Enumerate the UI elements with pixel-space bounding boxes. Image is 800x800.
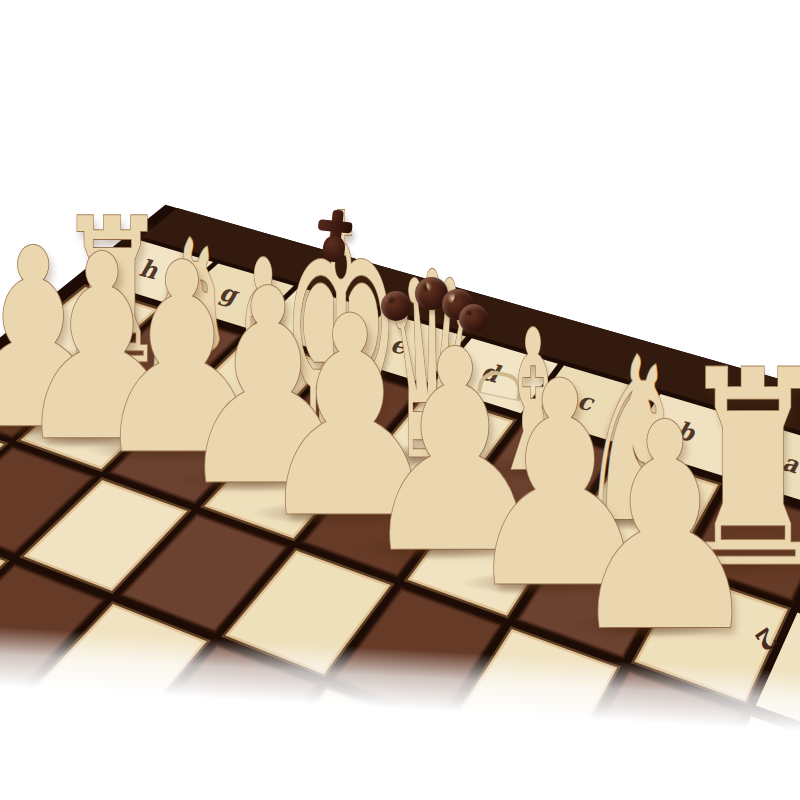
piece-white-pawn-a2[interactable]: ♟ — [565, 386, 764, 671]
photo-stage: hgfedcba ♜♞♝♚♛♝♞♜♟♟♟♟♟♟♟♟ 2 — [0, 0, 800, 800]
